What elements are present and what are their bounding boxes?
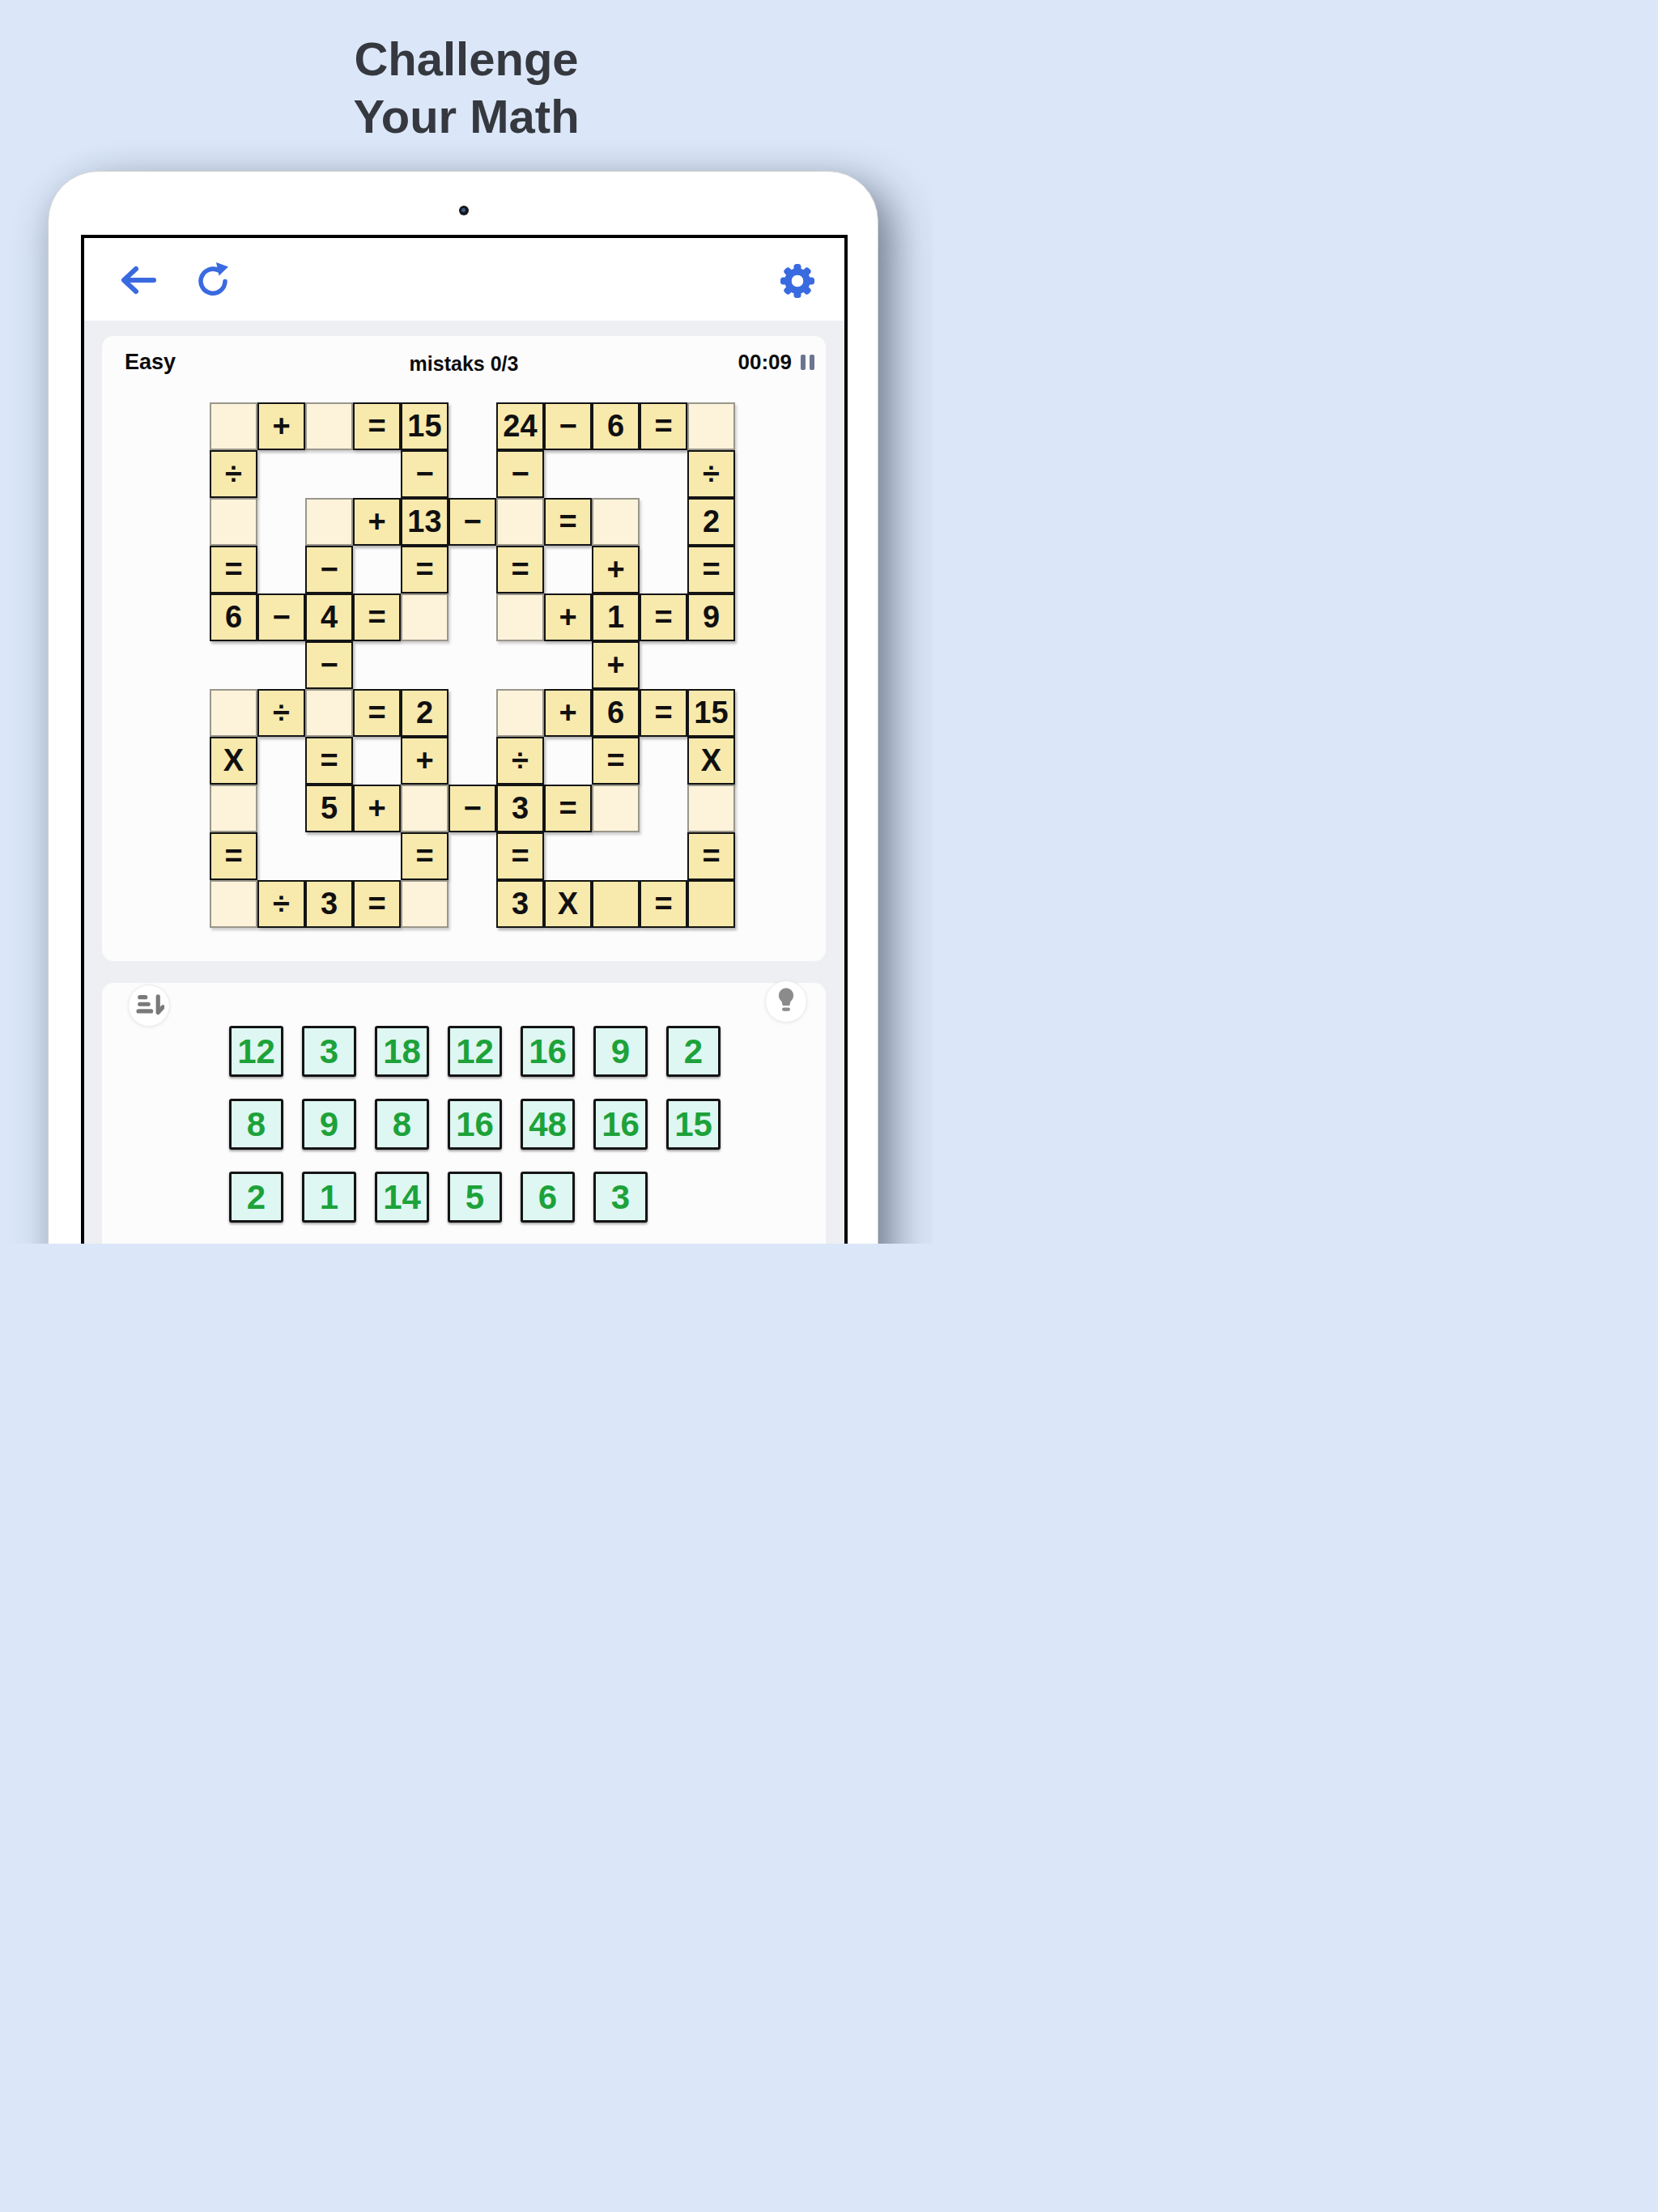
back-button[interactable] — [118, 265, 157, 296]
page-title-line2: Your Math — [0, 88, 933, 146]
cell-r10c11: = — [687, 832, 735, 880]
cell-r2c7: − — [496, 450, 544, 498]
cell-r6c9: + — [592, 641, 640, 689]
tray-tile-1-6[interactable]: 9 — [593, 1026, 648, 1077]
cell-r11c11[interactable] — [687, 880, 735, 928]
settings-button[interactable] — [776, 260, 818, 302]
tray-tile-3-6[interactable]: 3 — [593, 1172, 648, 1223]
cell-r7c1[interactable] — [210, 689, 257, 737]
cell-r5c1: 6 — [210, 593, 257, 641]
tray-tile-2-5[interactable]: 48 — [521, 1099, 575, 1150]
cell-r1c2: + — [257, 402, 305, 450]
page-title: Challenge Your Math — [0, 31, 933, 146]
cell-r11c10: = — [640, 880, 687, 928]
cell-r5c5[interactable] — [401, 593, 449, 641]
cell-r9c6: − — [449, 785, 496, 832]
cell-r8c1: X — [210, 737, 257, 785]
cell-r3c1[interactable] — [210, 498, 257, 546]
cell-r7c5: 2 — [401, 689, 449, 737]
restart-icon — [195, 262, 232, 299]
tablet-device-frame: Easy mistaks 0/3 00:09 +=1524−6=÷−−÷+13−… — [48, 171, 878, 1244]
cell-r9c8: = — [544, 785, 592, 832]
tray-tile-2-6[interactable]: 16 — [593, 1099, 648, 1150]
cell-r3c5: 13 — [401, 498, 449, 546]
cell-r7c10: = — [640, 689, 687, 737]
cell-r3c11: 2 — [687, 498, 735, 546]
tray-tile-2-2[interactable]: 9 — [302, 1099, 356, 1150]
cell-r10c1: = — [210, 832, 257, 880]
cell-r1c4: = — [353, 402, 401, 450]
tray-tile-3-3[interactable]: 14 — [375, 1172, 429, 1223]
cell-r3c8: = — [544, 498, 592, 546]
pause-icon — [810, 355, 814, 370]
cell-r9c3: 5 — [305, 785, 353, 832]
tray-tile-1-5[interactable]: 16 — [521, 1026, 575, 1077]
cell-r8c3: = — [305, 737, 353, 785]
cell-r5c10: = — [640, 593, 687, 641]
cell-r1c5: 15 — [401, 402, 449, 450]
tray-tile-1-1[interactable]: 12 — [229, 1026, 283, 1077]
cell-r1c11[interactable] — [687, 402, 735, 450]
cell-r7c2: ÷ — [257, 689, 305, 737]
cell-r4c3: − — [305, 546, 353, 593]
restart-button[interactable] — [195, 262, 232, 299]
cell-r1c3[interactable] — [305, 402, 353, 450]
cell-r3c4: + — [353, 498, 401, 546]
mistakes-counter: mistaks 0/3 — [102, 352, 826, 376]
cell-r8c7: ÷ — [496, 737, 544, 785]
cell-r8c11: X — [687, 737, 735, 785]
cell-r11c3: 3 — [305, 880, 353, 928]
tray-tile-3-5[interactable]: 6 — [521, 1172, 575, 1223]
cell-r9c9[interactable] — [592, 785, 640, 832]
status-bar: Easy mistaks 0/3 00:09 — [102, 336, 826, 385]
cell-r4c7: = — [496, 546, 544, 593]
tray-row-1: 12318121692 — [229, 1026, 721, 1077]
cell-r3c9[interactable] — [592, 498, 640, 546]
cell-r5c7[interactable] — [496, 593, 544, 641]
cell-r3c7[interactable] — [496, 498, 544, 546]
cell-r11c2: ÷ — [257, 880, 305, 928]
cell-r11c5[interactable] — [401, 880, 449, 928]
pause-button[interactable] — [799, 353, 816, 372]
tray-row-3: 2114563 — [229, 1172, 648, 1223]
tray-tile-1-2[interactable]: 3 — [302, 1026, 356, 1077]
front-camera — [459, 206, 469, 215]
cell-r5c8: + — [544, 593, 592, 641]
cell-r1c7: 24 — [496, 402, 544, 450]
cell-r3c3[interactable] — [305, 498, 353, 546]
back-icon — [118, 265, 157, 296]
cell-r10c7: = — [496, 832, 544, 880]
cell-r1c1[interactable] — [210, 402, 257, 450]
tray-row-2: 89816481615 — [229, 1099, 721, 1150]
number-tray-panel: 12318121692898164816152114563 — [102, 983, 826, 1244]
app-screen: Easy mistaks 0/3 00:09 +=1524−6=÷−−÷+13−… — [81, 235, 848, 1244]
tray-tile-2-3[interactable]: 8 — [375, 1099, 429, 1150]
cell-r5c9: 1 — [592, 593, 640, 641]
cell-r9c11[interactable] — [687, 785, 735, 832]
cell-r7c4: = — [353, 689, 401, 737]
cell-r11c8: X — [544, 880, 592, 928]
timer: 00:09 — [738, 350, 817, 375]
cell-r4c9: + — [592, 546, 640, 593]
cell-r1c8: − — [544, 402, 592, 450]
sort-button[interactable] — [128, 985, 170, 1027]
hint-button[interactable] — [765, 981, 807, 1023]
cell-r8c9: = — [592, 737, 640, 785]
tray-tile-1-7[interactable]: 2 — [666, 1026, 721, 1077]
tray-tile-3-1[interactable]: 2 — [229, 1172, 283, 1223]
cell-r4c1: = — [210, 546, 257, 593]
cell-r11c9[interactable] — [592, 880, 640, 928]
pause-icon — [801, 355, 806, 370]
cell-r10c5: = — [401, 832, 449, 880]
cell-r2c5: − — [401, 450, 449, 498]
cell-r3c6: − — [449, 498, 496, 546]
cell-r2c1: ÷ — [210, 450, 257, 498]
tray-tile-2-7[interactable]: 15 — [666, 1099, 721, 1150]
cell-r9c1[interactable] — [210, 785, 257, 832]
cell-r1c9: 6 — [592, 402, 640, 450]
cell-r5c2: − — [257, 593, 305, 641]
cell-r4c5: = — [401, 546, 449, 593]
cell-r8c5: + — [401, 737, 449, 785]
cell-r7c8: + — [544, 689, 592, 737]
cell-r7c3[interactable] — [305, 689, 353, 737]
cell-r5c11: 9 — [687, 593, 735, 641]
cell-r9c5[interactable] — [401, 785, 449, 832]
tray-tile-1-4[interactable]: 12 — [448, 1026, 502, 1077]
cell-r7c9: 6 — [592, 689, 640, 737]
cell-r4c11: = — [687, 546, 735, 593]
tray-tile-3-4[interactable]: 5 — [448, 1172, 502, 1223]
puzzle-panel: Easy mistaks 0/3 00:09 +=1524−6=÷−−÷+13−… — [102, 336, 826, 961]
cell-r9c4: + — [353, 785, 401, 832]
cell-r7c11: 15 — [687, 689, 735, 737]
cell-r11c7: 3 — [496, 880, 544, 928]
cell-r1c10: = — [640, 402, 687, 450]
tray-tile-2-4[interactable]: 16 — [448, 1099, 502, 1150]
lightbulb-hint-icon — [774, 986, 798, 1017]
settings-gear-icon — [776, 260, 818, 302]
cell-r6c3: − — [305, 641, 353, 689]
cell-r11c1[interactable] — [210, 880, 257, 928]
sort-icon — [134, 991, 164, 1020]
cell-r9c7: 3 — [496, 785, 544, 832]
tray-tile-3-2[interactable]: 1 — [302, 1172, 356, 1223]
timer-value: 00:09 — [738, 350, 793, 375]
cell-r2c11: ÷ — [687, 450, 735, 498]
puzzle-grid: +=1524−6=÷−−÷+13−=2=−==+=6−4=+1=9−+÷=2+6… — [210, 402, 735, 928]
tray-tile-2-1[interactable]: 8 — [229, 1099, 283, 1150]
cell-r5c4: = — [353, 593, 401, 641]
tray-tile-1-3[interactable]: 18 — [375, 1026, 429, 1077]
cell-r5c3: 4 — [305, 593, 353, 641]
cell-r11c4: = — [353, 880, 401, 928]
page-title-line1: Challenge — [0, 31, 933, 88]
cell-r7c7[interactable] — [496, 689, 544, 737]
toolbar — [84, 238, 844, 321]
